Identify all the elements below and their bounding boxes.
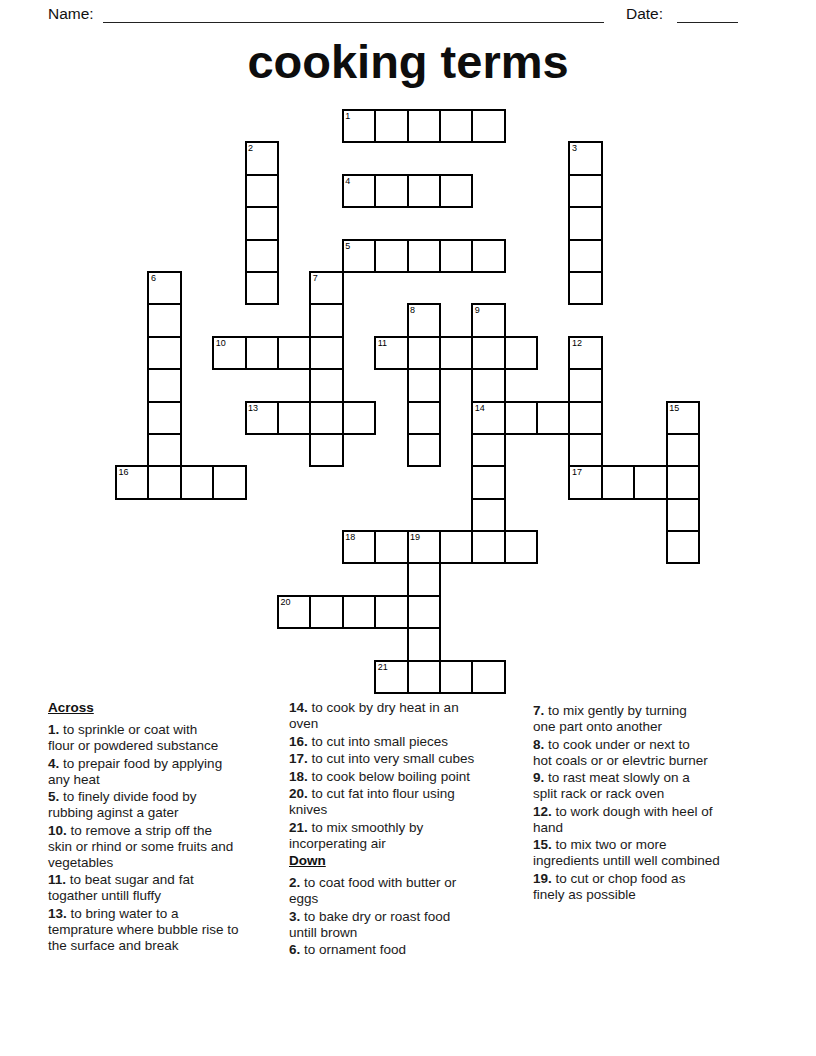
cell-number: 15 [669,403,679,414]
crossword-cell[interactable] [180,465,214,499]
cell-number: 10 [216,338,226,349]
crossword-cell[interactable]: 18 [342,530,376,564]
crossword-cell[interactable] [633,465,667,499]
crossword-cell[interactable] [504,401,538,435]
clue-down-15: 15. to mix two or more ingredients until… [533,837,789,869]
clue-text: to cook under or next to hot coals or or… [533,737,708,768]
crossword-cell[interactable] [309,401,343,435]
crossword-cell[interactable] [601,465,635,499]
clue-text: to cut fat into flour using knives [289,786,455,817]
crossword-cell[interactable] [439,660,473,694]
crossword-cell[interactable] [245,271,279,305]
crossword-cell[interactable] [245,174,279,208]
clue-text: to remove a strip off the skin or rhind … [48,823,233,870]
crossword-cell[interactable] [536,401,570,435]
clue-across-21: 21. to mix smoothly by incorperating air [289,820,531,852]
crossword-cell[interactable]: 1 [342,109,376,143]
clue-text: to beat sugar and fat togather untill fl… [48,872,194,903]
clue-number: 18. [289,769,308,784]
clue-text: to cut or chop food as finely as possibl… [533,871,685,902]
crossword-cell[interactable] [568,174,602,208]
crossword-cell[interactable] [471,109,505,143]
clues-column-1: Across1. to sprinkle or coat with flour … [48,700,288,955]
crossword-cell[interactable] [471,239,505,273]
crossword-cell[interactable] [407,433,441,467]
crossword-cell[interactable] [407,660,441,694]
clue-number: 17. [289,751,308,766]
crossword-cell[interactable] [309,303,343,337]
crossword-cell[interactable]: 9 [471,303,505,337]
crossword-cell[interactable] [504,336,538,370]
cell-number: 17 [572,467,582,478]
crossword-cell[interactable]: 12 [568,336,602,370]
crossword-cell[interactable] [245,336,279,370]
crossword-cell[interactable] [504,530,538,564]
clue-number: 11. [48,872,66,887]
clue-across-10: 10. to remove a strip off the skin or rh… [48,823,288,871]
crossword-cell[interactable] [439,174,473,208]
clue-down-8: 8. to cook under or next to hot coals or… [533,737,789,769]
down-heading: Down [289,853,531,869]
crossword-cell[interactable]: 19 [407,530,441,564]
crossword-cell[interactable]: 17 [568,465,602,499]
cell-number: 12 [572,338,582,349]
crossword-cell[interactable]: 11 [374,336,408,370]
clue-number: 3. [289,909,300,924]
crossword-grid: 123456789101112131415161718192021 [116,110,699,693]
clue-across-1: 1. to sprinkle or coat with flour or pow… [48,722,288,754]
crossword-cell[interactable] [666,530,700,564]
crossword-cell[interactable]: 2 [245,141,279,175]
clue-number: 5. [48,789,59,804]
clue-number: 10. [48,823,67,838]
clue-across-14: 14. to cook by dry heat in an oven [289,700,531,732]
clues-column-2: 14. to cook by dry heat in an oven16. to… [289,700,531,960]
crossword-cell[interactable] [245,206,279,240]
clue-text: to cook below boiling point [312,769,470,784]
clue-number: 13. [48,906,67,921]
crossword-cell[interactable] [407,562,441,596]
crossword-cell[interactable] [309,433,343,467]
clue-number: 4. [48,756,59,771]
clue-number: 2. [289,875,300,890]
clue-text: to prepair food by applying any heat [48,756,222,787]
cell-number: 21 [378,662,388,673]
crossword-cell[interactable]: 20 [277,595,311,629]
crossword-cell[interactable] [439,239,473,273]
crossword-cell[interactable] [407,401,441,435]
crossword-cell[interactable] [568,433,602,467]
clue-across-13: 13. to bring water to a temprature where… [48,906,288,954]
crossword-cell[interactable] [147,433,181,467]
crossword-cell[interactable] [471,433,505,467]
crossword-cell[interactable] [471,368,505,402]
cell-number: 19 [410,532,420,543]
cell-number: 2 [248,143,253,154]
crossword-cell[interactable] [666,465,700,499]
crossword-cell[interactable] [309,336,343,370]
crossword-cell[interactable]: 5 [342,239,376,273]
date-input-line[interactable] [677,2,738,23]
clue-down-12: 12. to work dough with heel of hand [533,804,789,836]
cell-number: 6 [151,273,156,284]
crossword-cell[interactable] [471,660,505,694]
clue-number: 21. [289,820,308,835]
crossword-cell[interactable] [147,336,181,370]
crossword-cell[interactable] [342,595,376,629]
cell-number: 13 [248,403,258,414]
clue-text: to bring water to a temprature where bub… [48,906,239,953]
crossword-cell[interactable] [212,465,246,499]
clue-number: 15. [533,837,552,852]
crossword-cell[interactable]: 8 [407,303,441,337]
clue-down-9: 9. to rast meat slowly on a split rack o… [533,770,789,802]
crossword-cell[interactable]: 15 [666,401,700,435]
clue-number: 19. [533,871,552,886]
clue-number: 12. [533,804,552,819]
clue-down-3: 3. to bake dry or roast food untill brow… [289,909,531,941]
crossword-cell[interactable]: 10 [212,336,246,370]
cell-number: 20 [280,597,290,608]
crossword-cell[interactable] [147,465,181,499]
crossword-cell[interactable]: 14 [471,401,505,435]
clue-down-6: 6. to ornament food [289,942,531,958]
across-heading: Across [48,700,288,716]
crossword-cell[interactable] [568,368,602,402]
cell-number: 18 [345,532,355,543]
crossword-cell[interactable]: 13 [245,401,279,435]
crossword-cell[interactable] [309,368,343,402]
crossword-cell[interactable] [407,239,441,273]
clue-number: 20. [289,786,308,801]
clue-number: 16. [289,734,308,749]
clue-text: to coat food with butter or eggs [289,875,456,906]
crossword-cell[interactable] [666,498,700,532]
cell-number: 14 [475,403,485,414]
crossword-cell[interactable] [407,595,441,629]
cell-number: 16 [119,467,129,478]
clue-text: to work dough with heel of hand [533,804,712,835]
crossword-cell[interactable] [147,303,181,337]
clue-number: 9. [533,770,544,785]
cell-number: 3 [572,143,577,154]
cell-number: 1 [345,111,350,122]
clue-text: to mix two or more ingredients untill we… [533,837,720,868]
crossword-cell[interactable] [471,498,505,532]
crossword-cell[interactable] [568,239,602,273]
crossword-cell[interactable] [374,595,408,629]
crossword-cell[interactable] [568,401,602,435]
crossword-cell[interactable] [245,239,279,273]
clue-number: 1. [48,722,59,737]
clue-text: to sprinkle or coat with flour or powder… [48,722,218,753]
clue-text: to mix smoothly by incorperating air [289,820,423,851]
clue-text: to cut into very small cubes [312,751,475,766]
crossword-cell[interactable] [147,368,181,402]
crossword-cell[interactable] [439,336,473,370]
clue-down-7: 7. to mix gently by turning one part ont… [533,703,789,735]
crossword-cell[interactable] [471,336,505,370]
crossword-cell[interactable] [471,530,505,564]
cell-number: 8 [410,305,415,316]
crossword-cell[interactable] [374,109,408,143]
clue-across-5: 5. to finely divide food by rubbing agin… [48,789,288,821]
crossword-cell[interactable] [407,627,441,661]
crossword-cell[interactable]: 16 [115,465,149,499]
cell-number: 11 [378,338,387,349]
crossword-cell[interactable] [374,239,408,273]
clue-number: 7. [533,703,544,718]
crossword-cell[interactable]: 4 [342,174,376,208]
clue-number: 14. [289,700,308,715]
cell-number: 5 [345,241,350,252]
clue-number: 6. [289,942,300,957]
name-input-line[interactable] [103,2,604,23]
clue-number: 8. [533,737,544,752]
clue-text: to finely divide food by rubbing aginst … [48,789,197,820]
crossword-cell[interactable]: 7 [309,271,343,305]
crossword-cell[interactable]: 21 [374,660,408,694]
clues-column-3: 7. to mix gently by turning one part ont… [533,703,789,904]
crossword-cell[interactable] [471,465,505,499]
clue-text: to cut into small pieces [312,734,449,749]
crossword-cell[interactable] [666,433,700,467]
date-label: Date: [626,5,663,23]
crossword-cell[interactable]: 3 [568,141,602,175]
clue-down-2: 2. to coat food with butter or eggs [289,875,531,907]
clue-across-16: 16. to cut into small pieces [289,734,531,750]
clue-across-4: 4. to prepair food by applying any heat [48,756,288,788]
clue-across-18: 18. to cook below boiling point [289,769,531,785]
clue-across-20: 20. to cut fat into flour using knives [289,786,531,818]
clue-text: to cook by dry heat in an oven [289,700,459,731]
crossword-cell[interactable] [374,174,408,208]
crossword-cell[interactable] [407,109,441,143]
clue-text: to bake dry or roast food untill brown [289,909,450,940]
clue-text: to mix gently by turning one part onto a… [533,703,687,734]
name-label: Name: [48,5,94,23]
crossword-cell[interactable] [374,530,408,564]
crossword-cell[interactable] [309,595,343,629]
clue-down-19: 19. to cut or chop food as finely as pos… [533,871,789,903]
crossword-cell[interactable] [439,109,473,143]
crossword-cell[interactable] [439,530,473,564]
crossword-cell[interactable] [407,368,441,402]
crossword-cell[interactable] [568,206,602,240]
crossword-cell[interactable] [407,336,441,370]
crossword-cell[interactable] [342,401,376,435]
crossword-cell[interactable] [568,271,602,305]
clue-text: to rast meat slowly on a split rack or r… [533,770,690,801]
crossword-cell[interactable] [277,401,311,435]
clue-text: to ornament food [304,942,406,957]
cell-number: 4 [345,176,350,187]
crossword-cell[interactable]: 6 [147,271,181,305]
crossword-cell[interactable] [147,401,181,435]
clue-across-17: 17. to cut into very small cubes [289,751,531,767]
page-title: cooking terms [0,34,816,89]
cell-number: 9 [475,305,480,316]
crossword-cell[interactable] [407,174,441,208]
crossword-cell[interactable] [277,336,311,370]
cell-number: 7 [313,273,318,284]
clue-across-11: 11. to beat sugar and fat togather until… [48,872,288,904]
